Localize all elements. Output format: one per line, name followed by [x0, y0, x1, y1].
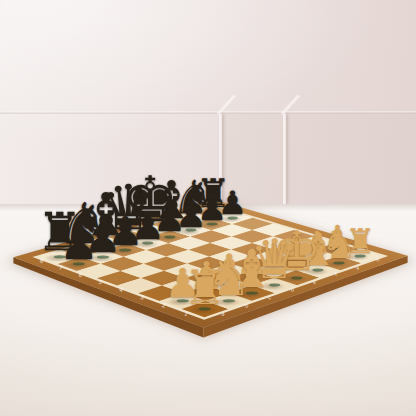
photo-scene: 87654321abcdefgh ♜♞♝♛♚♝♞♜♟♟♟♟♟♟♟♟♟♟♟♟♟♟♟…	[0, 0, 416, 416]
chessboard: 87654321abcdefgh	[0, 0, 416, 416]
